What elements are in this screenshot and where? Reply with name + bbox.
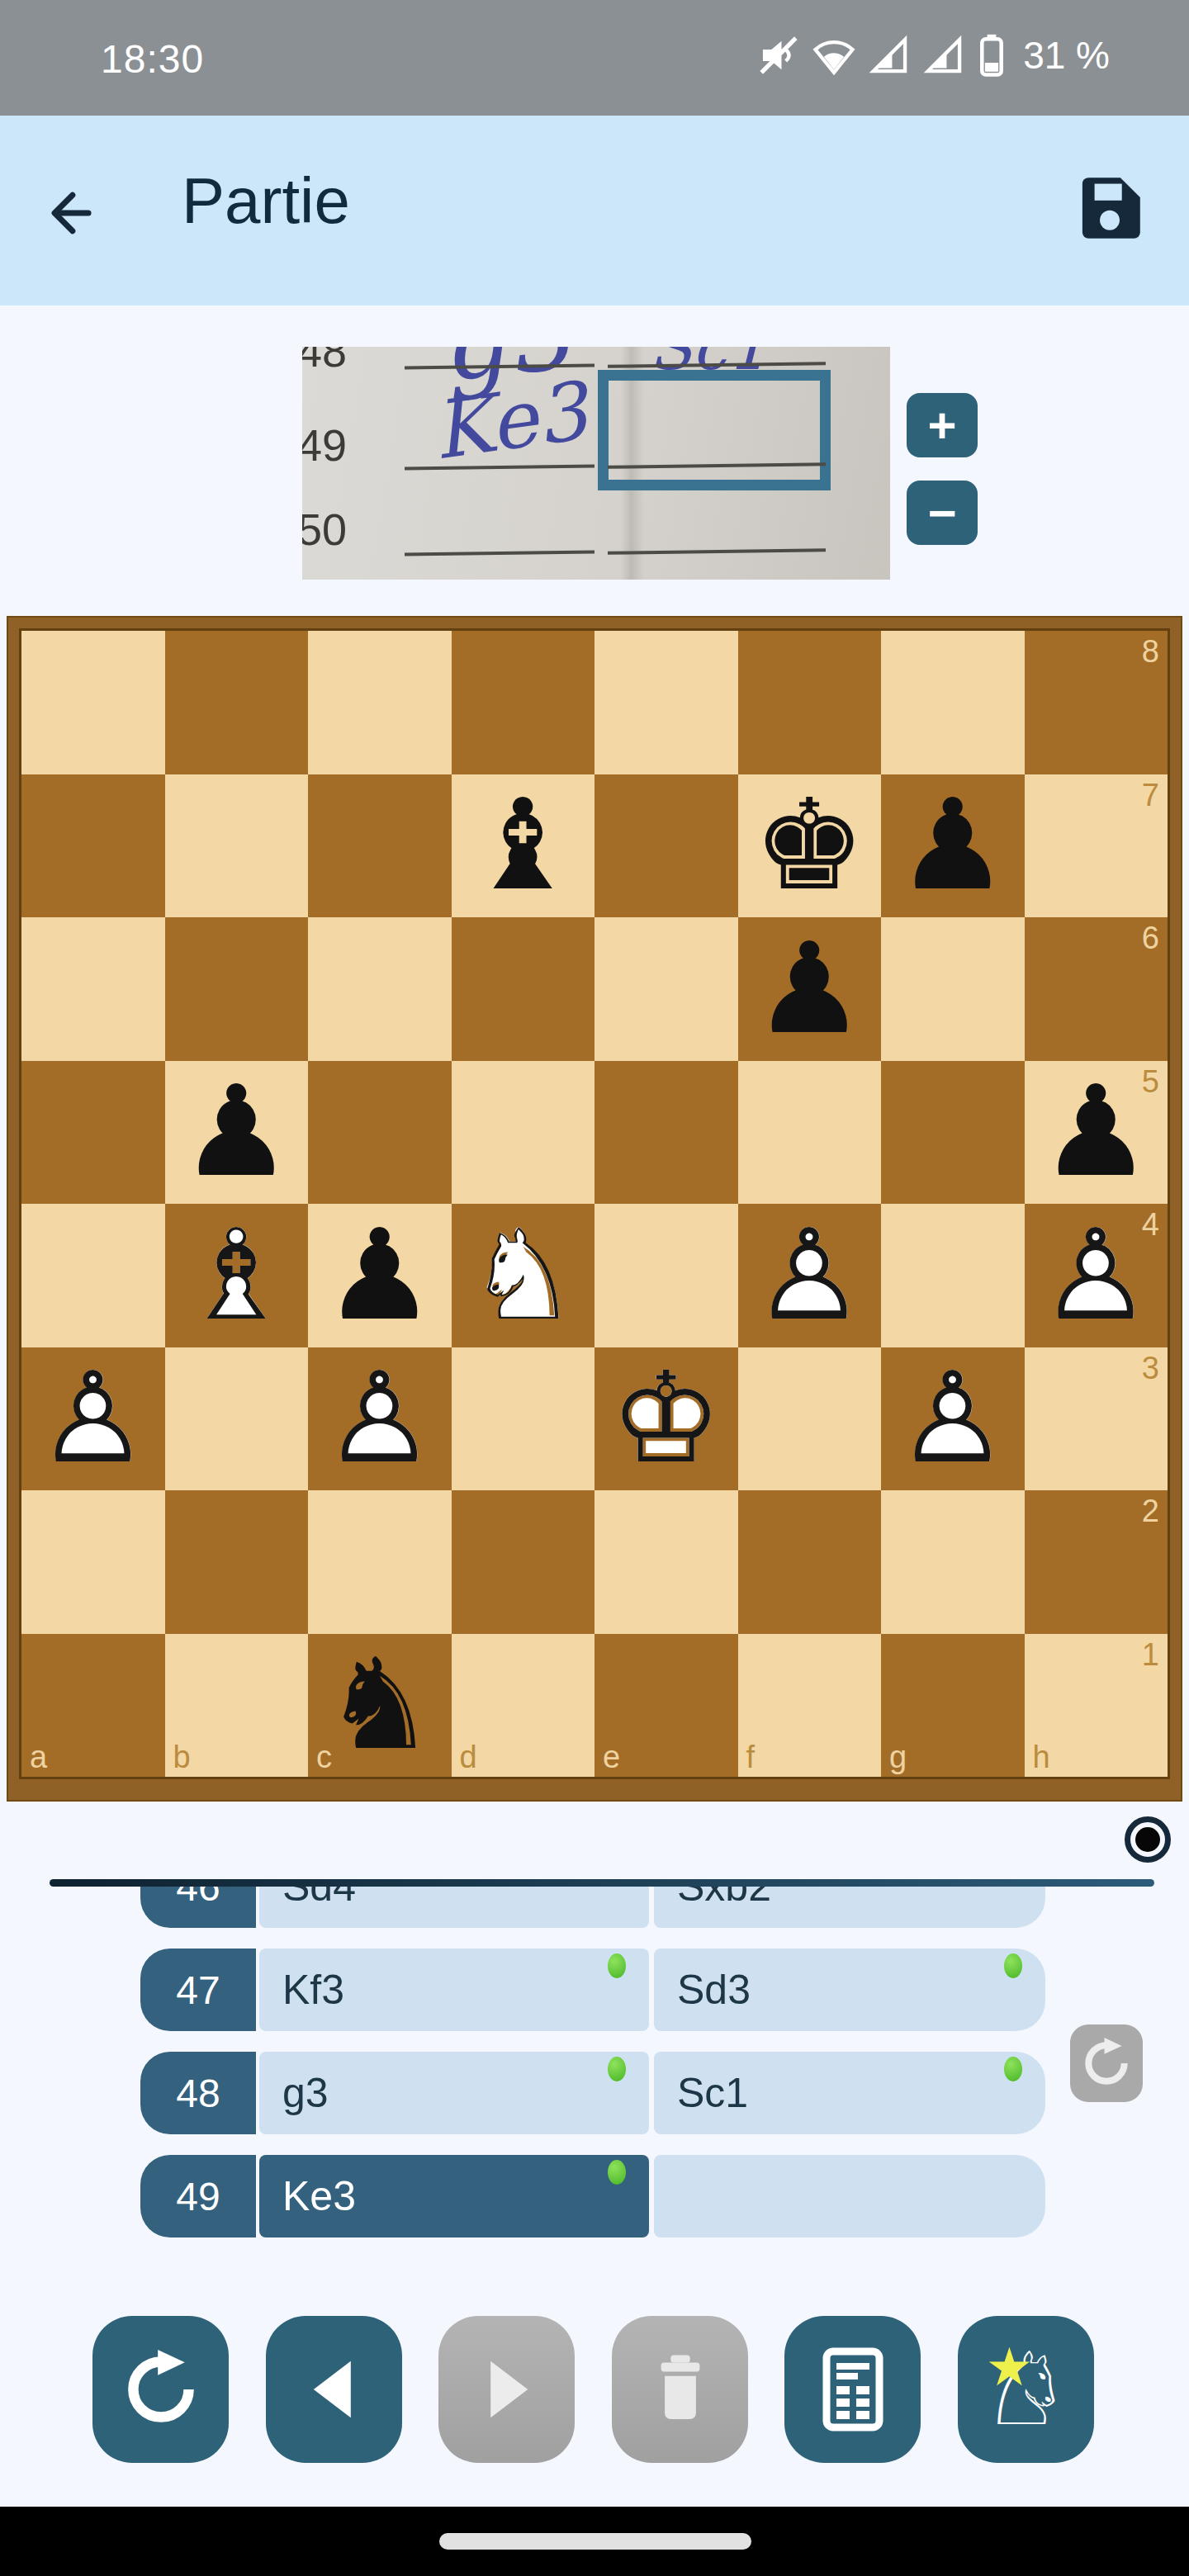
engine-analysis-button[interactable]: ♘★ <box>958 2316 1094 2463</box>
square-g8[interactable] <box>881 631 1025 774</box>
square-a4[interactable] <box>21 1204 165 1347</box>
black-pawn-piece: ♟ <box>738 917 882 1061</box>
valid-move-dot <box>608 1953 626 1978</box>
file-label-a: a <box>30 1740 47 1775</box>
square-a2[interactable] <box>21 1490 165 1634</box>
move-number-badge: 48 <box>140 2052 256 2134</box>
square-a7[interactable] <box>21 774 165 918</box>
file-label-d: d <box>460 1740 477 1775</box>
scan-row-number-50: 50 <box>302 504 347 555</box>
square-f5[interactable] <box>738 1061 882 1205</box>
screen: 18:30 <box>0 0 1189 2576</box>
square-d4[interactable]: ♞♘ <box>452 1204 595 1347</box>
square-e3[interactable]: ♚♔ <box>594 1347 738 1491</box>
square-c7[interactable] <box>308 774 452 918</box>
status-bar: 18:30 <box>0 0 1189 116</box>
save-floppy-icon <box>1072 170 1148 246</box>
square-a8[interactable] <box>21 631 165 774</box>
square-e8[interactable] <box>594 631 738 774</box>
square-e5[interactable] <box>594 1061 738 1205</box>
square-h6[interactable]: 6 <box>1025 917 1168 1061</box>
signal-sim1-icon <box>868 34 911 77</box>
white-king-piece: ♚♔ <box>594 1347 738 1491</box>
reload-move-button[interactable] <box>1070 2024 1143 2102</box>
square-e6[interactable] <box>594 917 738 1061</box>
triangle-right-icon <box>470 2352 544 2427</box>
square-d5[interactable] <box>452 1061 595 1205</box>
rank-label-1: 1 <box>1142 1637 1159 1673</box>
square-f7[interactable]: ♚ <box>738 774 882 918</box>
square-f1[interactable]: f <box>738 1634 882 1778</box>
rank-label-7: 7 <box>1142 778 1159 813</box>
square-b6[interactable] <box>165 917 309 1061</box>
black-pawn-piece: ♟ <box>165 1061 309 1205</box>
plus-icon: + <box>927 397 956 454</box>
square-d7[interactable]: ♝ <box>452 774 595 918</box>
back-button[interactable] <box>43 187 96 239</box>
valid-move-dot <box>1004 2057 1022 2081</box>
square-b3[interactable] <box>165 1347 309 1491</box>
save-button[interactable] <box>1072 170 1148 246</box>
square-b4[interactable]: ♝♗ <box>165 1204 309 1347</box>
white-pawn-piece: ♟♙ <box>308 1347 452 1491</box>
black-move-cell[interactable]: Sc1 <box>654 2052 1045 2134</box>
file-label-e: e <box>603 1740 620 1775</box>
square-g2[interactable] <box>881 1490 1025 1634</box>
triangle-left-icon <box>297 2352 372 2427</box>
square-f3[interactable] <box>738 1347 882 1491</box>
square-b2[interactable] <box>165 1490 309 1634</box>
square-c8[interactable] <box>308 631 452 774</box>
move-row-46: 46Sd4Sxb2 <box>0 1882 1189 1928</box>
white-pawn-piece: ♟♙ <box>881 1347 1025 1491</box>
white-bishop-piece: ♝♗ <box>165 1204 309 1347</box>
square-d1[interactable]: d <box>452 1634 595 1778</box>
black-knight-piece: ♞ <box>308 1634 452 1778</box>
wifi-icon <box>812 34 856 77</box>
square-f4[interactable]: ♟♙ <box>738 1204 882 1347</box>
black-move-cell[interactable]: Sxb2 <box>654 1882 1045 1928</box>
scoresheet-button[interactable] <box>784 2316 921 2463</box>
square-a1[interactable]: a <box>21 1634 165 1778</box>
square-b1[interactable]: b <box>165 1634 309 1778</box>
rotate-icon <box>1081 2038 1132 2089</box>
square-d6[interactable] <box>452 917 595 1061</box>
zoom-out-button[interactable]: − <box>907 481 978 545</box>
app-bar: Partie <box>0 116 1189 305</box>
rank-label-3: 3 <box>1142 1351 1159 1386</box>
star-icon: ★ <box>986 2341 1033 2394</box>
square-h1[interactable]: h1 <box>1025 1634 1168 1778</box>
square-b5[interactable]: ♟ <box>165 1061 309 1205</box>
white-pawn-piece: ♟♙ <box>738 1204 882 1347</box>
black-pawn-piece: ♟ <box>308 1204 452 1347</box>
square-c2[interactable] <box>308 1490 452 1634</box>
square-e2[interactable] <box>594 1490 738 1634</box>
previous-move-button[interactable] <box>266 2316 402 2463</box>
gesture-handle[interactable] <box>439 2533 751 2550</box>
knight-star-icon: ♘★ <box>981 2339 1071 2440</box>
rotate-board-button[interactable] <box>92 2316 229 2463</box>
white-move-cell[interactable]: g3 <box>259 2052 649 2134</box>
scan-line <box>405 464 594 470</box>
square-f2[interactable] <box>738 1490 882 1634</box>
square-g1[interactable]: g <box>881 1634 1025 1778</box>
square-g3[interactable]: ♟♙ <box>881 1347 1025 1491</box>
square-d2[interactable] <box>452 1490 595 1634</box>
move-row-49: 49Ke3 <box>0 2155 1189 2237</box>
square-h7[interactable]: 7 <box>1025 774 1168 918</box>
black-king-piece: ♚ <box>738 774 882 918</box>
square-d3[interactable] <box>452 1347 595 1491</box>
rank-label-8: 8 <box>1142 634 1159 670</box>
file-label-b: b <box>173 1740 191 1775</box>
minus-icon: − <box>927 485 956 542</box>
valid-move-dot <box>1004 1953 1022 1978</box>
square-b8[interactable] <box>165 631 309 774</box>
black-pawn-piece: ♟ <box>1025 1061 1168 1205</box>
square-c3[interactable]: ♟♙ <box>308 1347 452 1491</box>
move-list[interactable]: 46Sd4Sxb247Kf3Sd348g3Sc149Ke3 <box>0 1882 1189 2250</box>
file-label-h: h <box>1033 1740 1050 1775</box>
square-e1[interactable]: e <box>594 1634 738 1778</box>
sound-muted-icon <box>757 34 800 77</box>
battery-icon <box>977 33 1007 78</box>
rank-label-2: 2 <box>1142 1494 1159 1529</box>
battery-percent: 31 % <box>1023 33 1110 78</box>
square-h8[interactable]: 8 <box>1025 631 1168 774</box>
rotate-icon <box>121 2350 201 2429</box>
page-title: Partie <box>182 163 350 239</box>
scoresheet-scan[interactable]: 48 g3 Sc1 49 Ke3 50 <box>302 347 890 580</box>
square-c5[interactable] <box>308 1061 452 1205</box>
signal-sim2-icon <box>922 34 965 77</box>
scan-line <box>405 550 594 556</box>
black-move-cell[interactable]: Sd3 <box>654 1949 1045 2031</box>
move-row-48: 48g3Sc1 <box>0 2052 1189 2134</box>
square-h3[interactable]: 3 <box>1025 1347 1168 1491</box>
white-pawn-piece: ♟♙ <box>21 1347 165 1491</box>
white-move-cell[interactable]: Ke3 <box>259 2155 649 2237</box>
square-c6[interactable] <box>308 917 452 1061</box>
move-number-badge: 49 <box>140 2155 256 2237</box>
white-move-cell[interactable]: Sd4 <box>259 1882 649 1928</box>
square-g4[interactable] <box>881 1204 1025 1347</box>
next-move-button <box>438 2316 575 2463</box>
white-pawn-piece: ♟♙ <box>1025 1204 1168 1347</box>
file-label-g: g <box>889 1740 907 1775</box>
square-f8[interactable] <box>738 631 882 774</box>
move-list-divider <box>50 1879 1154 1887</box>
back-arrow-icon <box>43 187 96 239</box>
square-e7[interactable] <box>594 774 738 918</box>
status-icons: 31 % <box>757 33 1110 78</box>
chess-board: 8♝♚♟7♟6♟5♟♝♗♟♞♘♟♙4♟♙♟♙♟♙♚♔♟♙32abc♞defgh1 <box>7 616 1182 1802</box>
square-c4[interactable]: ♟ <box>308 1204 452 1347</box>
square-g6[interactable] <box>881 917 1025 1061</box>
scan-selection-box[interactable] <box>598 370 831 490</box>
delete-move-button <box>612 2316 748 2463</box>
square-a3[interactable]: ♟♙ <box>21 1347 165 1491</box>
trash-icon <box>643 2350 718 2429</box>
record-indicator-icon[interactable] <box>1125 1816 1171 1863</box>
square-a6[interactable] <box>21 917 165 1061</box>
square-h2[interactable]: 2 <box>1025 1490 1168 1634</box>
square-e4[interactable] <box>594 1204 738 1347</box>
scan-row-number-48: 48 <box>302 347 347 376</box>
white-knight-piece: ♞♘ <box>452 1204 595 1347</box>
move-number-badge: 46 <box>140 1882 256 1928</box>
square-a5[interactable] <box>21 1061 165 1205</box>
square-b7[interactable] <box>165 774 309 918</box>
square-h5[interactable]: 5♟ <box>1025 1061 1168 1205</box>
square-d8[interactable] <box>452 631 595 774</box>
square-f6[interactable]: ♟ <box>738 917 882 1061</box>
file-label-f: f <box>746 1740 756 1775</box>
zoom-in-button[interactable]: + <box>907 393 978 457</box>
black-bishop-piece: ♝ <box>452 774 595 918</box>
valid-move-dot <box>608 2057 626 2081</box>
white-move-cell[interactable]: Kf3 <box>259 1949 649 2031</box>
scan-row-number-49: 49 <box>302 419 347 471</box>
black-pawn-piece: ♟ <box>881 774 1025 918</box>
scoresheet-icon <box>812 2344 894 2435</box>
rank-label-6: 6 <box>1142 921 1159 956</box>
black-move-cell[interactable] <box>654 2155 1045 2237</box>
move-row-47: 47Kf3Sd3 <box>0 1949 1189 2031</box>
valid-move-dot <box>608 2160 626 2185</box>
navigation-gesture-area <box>0 2507 1189 2576</box>
square-c1[interactable]: c♞ <box>308 1634 452 1778</box>
move-number-badge: 47 <box>140 1949 256 2031</box>
square-h4[interactable]: 4♟♙ <box>1025 1204 1168 1347</box>
square-g5[interactable] <box>881 1061 1025 1205</box>
board-grid: 8♝♚♟7♟6♟5♟♝♗♟♞♘♟♙4♟♙♟♙♟♙♚♔♟♙32abc♞defgh1 <box>21 631 1168 1777</box>
clock: 18:30 <box>101 36 204 82</box>
square-g7[interactable]: ♟ <box>881 774 1025 918</box>
